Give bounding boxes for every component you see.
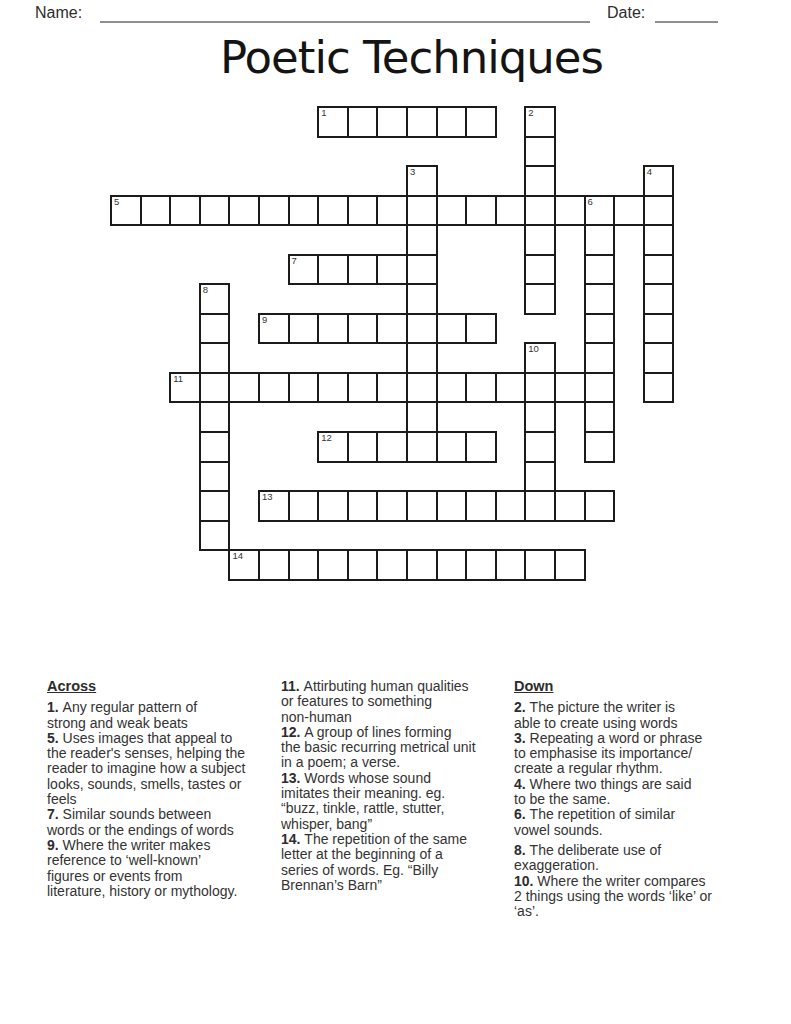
date-write-line: [655, 21, 718, 23]
grid-cell-r15c8[interactable]: [347, 549, 379, 581]
grid-cell-r4c18[interactable]: [643, 224, 675, 256]
grid-cell-r9c7[interactable]: [317, 372, 349, 404]
grid-cell-r8c18[interactable]: [643, 342, 675, 374]
clue-number-6: 6: [588, 196, 593, 207]
name-write-line: [100, 21, 590, 23]
clue-number-4: 4: [647, 166, 652, 177]
grid-cell-r10c14[interactable]: [524, 401, 556, 433]
clue-column-across: Across1. Any regular pattern of strong a…: [47, 679, 285, 899]
grid-cell-r3c10[interactable]: [406, 195, 438, 227]
clue-14: 14. The repetition of the same letter at…: [281, 832, 523, 893]
grid-cell-r15c15[interactable]: [554, 549, 586, 581]
grid-cell-r8c3[interactable]: [199, 342, 231, 374]
grid-cell-r9c15[interactable]: [554, 372, 586, 404]
grid-cell-r7c3[interactable]: [199, 313, 231, 345]
grid-cell-r13c7[interactable]: [317, 490, 349, 522]
grid-cell-r2c14[interactable]: [524, 165, 556, 197]
crossword-grid: 1234567891011121314: [111, 107, 673, 580]
grid-cell-r7c7[interactable]: [317, 313, 349, 345]
grid-cell-r11c9[interactable]: [376, 431, 408, 463]
clue-list-heading-across: Across: [47, 679, 285, 694]
name-label: Name:: [35, 4, 82, 22]
grid-cell-r7c8[interactable]: [347, 313, 379, 345]
clue-number-1: 1: [321, 107, 326, 118]
grid-cell-r3c6[interactable]: [288, 195, 320, 227]
grid-cell-r11c12[interactable]: [465, 431, 497, 463]
clue-7: 7. Similar sounds between words or the e…: [47, 807, 285, 838]
clue-number-11: 11: [173, 373, 183, 384]
grid-cell-r9c18[interactable]: [643, 372, 675, 404]
grid-cell-r10c3[interactable]: [199, 401, 231, 433]
clue-list-heading-down: Down: [514, 679, 764, 694]
grid-cell-r3c2[interactable]: [169, 195, 201, 227]
grid-cell-r11c8[interactable]: [347, 431, 379, 463]
grid-cell-r13c3[interactable]: [199, 490, 231, 522]
clue-number-12: 12: [321, 432, 332, 443]
grid-cell-r5c10[interactable]: [406, 254, 438, 286]
grid-cell-r7c6[interactable]: [288, 313, 320, 345]
grid-cell-r0c7[interactable]: 1: [317, 106, 349, 138]
grid-cell-r6c16[interactable]: [584, 283, 616, 315]
grid-cell-r3c11[interactable]: [436, 195, 468, 227]
grid-cell-r3c18[interactable]: [643, 195, 675, 227]
grid-cell-r3c0[interactable]: 5: [110, 195, 142, 227]
clue-5: 5. Uses images that appeal to the reader…: [47, 731, 285, 807]
grid-cell-r15c7[interactable]: [317, 549, 349, 581]
grid-cell-r5c18[interactable]: [643, 254, 675, 286]
grid-cell-r0c9[interactable]: [376, 106, 408, 138]
grid-cell-r13c15[interactable]: [554, 490, 586, 522]
grid-cell-r0c12[interactable]: [465, 106, 497, 138]
grid-cell-r13c11[interactable]: [436, 490, 468, 522]
grid-cell-r13c12[interactable]: [465, 490, 497, 522]
grid-cell-r4c16[interactable]: [584, 224, 616, 256]
grid-cell-r15c14[interactable]: [524, 549, 556, 581]
grid-cell-r6c18[interactable]: [643, 283, 675, 315]
clue-8: 8. The deliberate use of exaggeration.: [514, 843, 764, 874]
grid-cell-r7c16[interactable]: [584, 313, 616, 345]
grid-cell-r13c16[interactable]: [584, 490, 616, 522]
grid-cell-r13c8[interactable]: [347, 490, 379, 522]
grid-cell-r15c5[interactable]: [258, 549, 290, 581]
grid-cell-r3c5[interactable]: [258, 195, 290, 227]
clue-number-5: 5: [114, 196, 119, 207]
grid-cell-r13c6[interactable]: [288, 490, 320, 522]
grid-cell-r5c7[interactable]: [317, 254, 349, 286]
grid-cell-r13c9[interactable]: [376, 490, 408, 522]
grid-cell-r7c18[interactable]: [643, 313, 675, 345]
grid-cell-r10c10[interactable]: [406, 401, 438, 433]
clue-9: 9. Where the writer makes reference to ‘…: [47, 838, 285, 899]
grid-cell-r8c14[interactable]: 10: [524, 342, 556, 374]
grid-cell-r9c8[interactable]: [347, 372, 379, 404]
clue-10: 10. Where the writer compares 2 things u…: [514, 874, 764, 920]
grid-cell-r3c1[interactable]: [140, 195, 172, 227]
grid-cell-r9c16[interactable]: [584, 372, 616, 404]
grid-cell-r10c16[interactable]: [584, 401, 616, 433]
grid-cell-r0c10[interactable]: [406, 106, 438, 138]
grid-cell-r9c13[interactable]: [495, 372, 527, 404]
grid-cell-r13c13[interactable]: [495, 490, 527, 522]
grid-cell-r15c4[interactable]: 14: [228, 549, 260, 581]
grid-cell-r3c13[interactable]: [495, 195, 527, 227]
grid-cell-r9c6[interactable]: [288, 372, 320, 404]
grid-cell-r11c11[interactable]: [436, 431, 468, 463]
clue-number-2: 2: [528, 107, 533, 118]
grid-cell-r0c11[interactable]: [436, 106, 468, 138]
clue-13: 13. Words whose sound imitates their mea…: [281, 771, 523, 832]
grid-cell-r6c14[interactable]: [524, 283, 556, 315]
grid-cell-r3c7[interactable]: [317, 195, 349, 227]
grid-cell-r0c14[interactable]: 2: [524, 106, 556, 138]
grid-cell-r11c3[interactable]: [199, 431, 231, 463]
grid-cell-r6c3[interactable]: 8: [199, 283, 231, 315]
grid-cell-r5c6[interactable]: 7: [288, 254, 320, 286]
clue-number-9: 9: [262, 314, 267, 325]
grid-cell-r7c12[interactable]: [465, 313, 497, 345]
clue-1: 1. Any regular pattern of strong and wea…: [47, 700, 285, 731]
grid-cell-r3c12[interactable]: [465, 195, 497, 227]
clue-number-13: 13: [262, 491, 273, 502]
grid-cell-r7c5[interactable]: 9: [258, 313, 290, 345]
grid-cell-r12c3[interactable]: [199, 461, 231, 493]
grid-cell-r15c6[interactable]: [288, 549, 320, 581]
grid-cell-r9c4[interactable]: [228, 372, 260, 404]
grid-cell-r7c10[interactable]: [406, 313, 438, 345]
crossword-worksheet-page: { "game": "crossword", "title": "Poetic …: [0, 0, 791, 1024]
grid-cell-r14c3[interactable]: [199, 520, 231, 552]
grid-cell-r9c3[interactable]: [199, 372, 231, 404]
grid-cell-r15c12[interactable]: [465, 549, 497, 581]
grid-cell-r15c10[interactable]: [406, 549, 438, 581]
grid-cell-r3c16[interactable]: 6: [584, 195, 616, 227]
grid-cell-r5c16[interactable]: [584, 254, 616, 286]
clue-11: 11. Attirbuting human qualities or featu…: [281, 679, 523, 725]
grid-cell-r13c14[interactable]: [524, 490, 556, 522]
grid-cell-r3c14[interactable]: [524, 195, 556, 227]
grid-cell-r5c9[interactable]: [376, 254, 408, 286]
clue-column-across-continued: 11. Attirbuting human qualities or featu…: [281, 679, 523, 893]
date-label: Date:: [607, 4, 645, 22]
grid-cell-r9c12[interactable]: [465, 372, 497, 404]
grid-cell-r4c10[interactable]: [406, 224, 438, 256]
grid-cell-r8c10[interactable]: [406, 342, 438, 374]
grid-cell-r15c11[interactable]: [436, 549, 468, 581]
grid-cell-r7c11[interactable]: [436, 313, 468, 345]
grid-cell-r11c14[interactable]: [524, 431, 556, 463]
grid-cell-r7c9[interactable]: [376, 313, 408, 345]
grid-cell-r5c8[interactable]: [347, 254, 379, 286]
grid-cell-r12c14[interactable]: [524, 461, 556, 493]
grid-cell-r3c3[interactable]: [199, 195, 231, 227]
grid-cell-r5c14[interactable]: [524, 254, 556, 286]
grid-cell-r3c8[interactable]: [347, 195, 379, 227]
clue-6: 6. The repetition of similar vowel sound…: [514, 807, 764, 838]
grid-cell-r2c18[interactable]: 4: [643, 165, 675, 197]
grid-cell-r13c10[interactable]: [406, 490, 438, 522]
grid-cell-r8c16[interactable]: [584, 342, 616, 374]
clue-number-3: 3: [410, 166, 415, 177]
clue-12: 12. A group of lines forming the basic r…: [281, 725, 523, 771]
grid-cell-r3c17[interactable]: [613, 195, 645, 227]
clue-number-8: 8: [203, 284, 208, 295]
grid-cell-r6c10[interactable]: [406, 283, 438, 315]
grid-cell-r2c10[interactable]: 3: [406, 165, 438, 197]
grid-cell-r1c14[interactable]: [524, 136, 556, 168]
grid-cell-r11c7[interactable]: 12: [317, 431, 349, 463]
page-title: Poetic Techniques: [16, 31, 791, 84]
grid-cell-r15c9[interactable]: [376, 549, 408, 581]
grid-cell-r9c2[interactable]: 11: [169, 372, 201, 404]
grid-cell-r11c16[interactable]: [584, 431, 616, 463]
grid-cell-r9c5[interactable]: [258, 372, 290, 404]
grid-cell-r11c10[interactable]: [406, 431, 438, 463]
clue-2: 2. The picture the writer is able to cre…: [514, 700, 764, 731]
clue-3: 3. Repeating a word or phrase to emphasi…: [514, 731, 764, 777]
grid-cell-r4c14[interactable]: [524, 224, 556, 256]
grid-cell-r9c10[interactable]: [406, 372, 438, 404]
grid-cell-r3c4[interactable]: [228, 195, 260, 227]
grid-cell-r3c15[interactable]: [554, 195, 586, 227]
grid-cell-r0c8[interactable]: [347, 106, 379, 138]
clue-number-14: 14: [232, 550, 243, 561]
grid-cell-r9c14[interactable]: [524, 372, 556, 404]
clue-number-7: 7: [292, 255, 297, 266]
grid-cell-r15c13[interactable]: [495, 549, 527, 581]
grid-cell-r9c11[interactable]: [436, 372, 468, 404]
clue-4: 4. Where two things are said to be the s…: [514, 777, 764, 808]
clue-number-10: 10: [528, 343, 539, 354]
grid-cell-r9c9[interactable]: [376, 372, 408, 404]
clue-column-down: Down2. The picture the writer is able to…: [514, 679, 764, 919]
grid-cell-r3c9[interactable]: [376, 195, 408, 227]
grid-cell-r13c5[interactable]: 13: [258, 490, 290, 522]
